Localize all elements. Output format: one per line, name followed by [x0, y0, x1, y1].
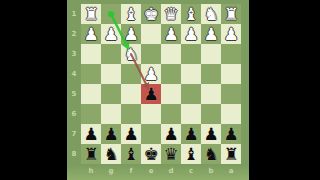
piece-black-pawn[interactable]: ♟: [221, 124, 241, 144]
square-c7[interactable]: ♟: [181, 124, 201, 144]
square-g3[interactable]: [101, 44, 121, 64]
square-f6[interactable]: [121, 104, 141, 124]
square-a7[interactable]: ♟: [221, 124, 241, 144]
square-h4[interactable]: [81, 64, 101, 84]
square-e3[interactable]: [141, 44, 161, 64]
rank-label-2: 2: [67, 24, 81, 44]
square-a6[interactable]: [221, 104, 241, 124]
piece-black-pawn[interactable]: ♟: [81, 124, 101, 144]
file-label-g: g: [101, 164, 121, 180]
piece-white-pawn[interactable]: ♟: [101, 24, 121, 44]
file-label-f: f: [121, 164, 141, 180]
square-f2[interactable]: ♟: [121, 24, 141, 44]
square-c1[interactable]: ♝: [181, 4, 201, 24]
file-label-c: c: [181, 164, 201, 180]
square-g1[interactable]: [101, 4, 121, 24]
square-c8[interactable]: ♝: [181, 144, 201, 164]
square-f4[interactable]: [121, 64, 141, 84]
square-d3[interactable]: [161, 44, 181, 64]
piece-white-bishop[interactable]: ♝: [181, 4, 201, 24]
rank-labels-strip: 12345678: [67, 4, 81, 164]
rank-label-6: 6: [67, 104, 81, 124]
square-e2[interactable]: [141, 24, 161, 44]
piece-black-pawn[interactable]: ♟: [161, 124, 181, 144]
square-c3[interactable]: [181, 44, 201, 64]
square-h8[interactable]: ♜: [81, 144, 101, 164]
square-a8[interactable]: ♜: [221, 144, 241, 164]
square-b1[interactable]: ♞: [201, 4, 221, 24]
square-h1[interactable]: ♜: [81, 4, 101, 24]
piece-black-pawn[interactable]: ♟: [121, 124, 141, 144]
square-g7[interactable]: ♟: [101, 124, 121, 144]
piece-white-rook[interactable]: ♜: [81, 4, 101, 24]
rank-label-4: 4: [67, 64, 81, 84]
square-b8[interactable]: ♞: [201, 144, 221, 164]
piece-white-pawn[interactable]: ♟: [121, 24, 141, 44]
square-c6[interactable]: [181, 104, 201, 124]
square-h6[interactable]: [81, 104, 101, 124]
piece-white-pawn[interactable]: ♟: [141, 64, 161, 84]
square-c4[interactable]: [181, 64, 201, 84]
rank-label-5: 5: [67, 84, 81, 104]
square-e8[interactable]: ♚: [141, 144, 161, 164]
square-a5[interactable]: [221, 84, 241, 104]
square-a4[interactable]: [221, 64, 241, 84]
file-label-d: d: [161, 164, 181, 180]
square-h3[interactable]: [81, 44, 101, 64]
piece-white-knight[interactable]: ♞: [201, 4, 221, 24]
square-b2[interactable]: ♟: [201, 24, 221, 44]
app-root: { "game": "chess", "scene": { "descripti…: [0, 0, 320, 180]
square-g2[interactable]: ♟: [101, 24, 121, 44]
square-h2[interactable]: ♟: [81, 24, 101, 44]
square-e6[interactable]: [141, 104, 161, 124]
square-f1[interactable]: ♝: [121, 4, 141, 24]
square-f3[interactable]: ♞: [121, 44, 141, 64]
piece-white-pawn[interactable]: ♟: [81, 24, 101, 44]
chessboard: 12345678 ♜♝♚♛♝♞♜♟♟♟♟♟♟♟♞♟♟♟♟♟♟♟♟♟♜♞♝♚♛♝♞…: [67, 0, 249, 180]
square-b7[interactable]: ♟: [201, 124, 221, 144]
square-f8[interactable]: ♝: [121, 144, 141, 164]
square-g6[interactable]: [101, 104, 121, 124]
piece-black-pawn[interactable]: ♟: [181, 124, 201, 144]
square-b3[interactable]: [201, 44, 221, 64]
square-d2[interactable]: ♟: [161, 24, 181, 44]
file-label-a: a: [221, 164, 241, 180]
square-g4[interactable]: [101, 64, 121, 84]
board-squares: ♜♝♚♛♝♞♜♟♟♟♟♟♟♟♞♟♟♟♟♟♟♟♟♟♜♞♝♚♛♝♞♜: [81, 4, 241, 164]
square-g8[interactable]: ♞: [101, 144, 121, 164]
square-d7[interactable]: ♟: [161, 124, 181, 144]
piece-white-queen[interactable]: ♛: [161, 4, 181, 24]
square-c2[interactable]: ♟: [181, 24, 201, 44]
square-d1[interactable]: ♛: [161, 4, 181, 24]
piece-white-pawn[interactable]: ♟: [161, 24, 181, 44]
square-a1[interactable]: ♜: [221, 4, 241, 24]
piece-white-pawn[interactable]: ♟: [201, 24, 221, 44]
piece-white-king[interactable]: ♚: [141, 4, 161, 24]
square-b5[interactable]: [201, 84, 221, 104]
square-e1[interactable]: ♚: [141, 4, 161, 24]
piece-black-pawn[interactable]: ♟: [141, 84, 161, 104]
piece-black-rook[interactable]: ♜: [221, 144, 241, 164]
piece-white-pawn[interactable]: ♟: [181, 24, 201, 44]
piece-white-knight[interactable]: ♞: [121, 44, 141, 64]
square-d5[interactable]: [161, 84, 181, 104]
piece-white-pawn[interactable]: ♟: [221, 24, 241, 44]
piece-black-knight[interactable]: ♞: [201, 144, 221, 164]
piece-black-rook[interactable]: ♜: [81, 144, 101, 164]
file-label-h: h: [81, 164, 101, 180]
rank-label-3: 3: [67, 44, 81, 64]
file-labels-strip: hgfedcba: [81, 164, 241, 180]
file-label-b: b: [201, 164, 221, 180]
piece-black-knight[interactable]: ♞: [101, 144, 121, 164]
piece-white-rook[interactable]: ♜: [221, 4, 241, 24]
square-d6[interactable]: [161, 104, 181, 124]
piece-black-bishop[interactable]: ♝: [121, 144, 141, 164]
square-b4[interactable]: [201, 64, 221, 84]
square-b6[interactable]: [201, 104, 221, 124]
piece-black-queen[interactable]: ♛: [161, 144, 181, 164]
piece-white-bishop[interactable]: ♝: [121, 4, 141, 24]
rank-label-7: 7: [67, 124, 81, 144]
square-h7[interactable]: ♟: [81, 124, 101, 144]
square-d4[interactable]: [161, 64, 181, 84]
square-f5[interactable]: [121, 84, 141, 104]
piece-black-king[interactable]: ♚: [141, 144, 161, 164]
piece-black-pawn[interactable]: ♟: [101, 124, 121, 144]
square-a3[interactable]: [221, 44, 241, 64]
file-label-e: e: [141, 164, 161, 180]
square-g5[interactable]: [101, 84, 121, 104]
square-e7[interactable]: [141, 124, 161, 144]
rank-label-8: 8: [67, 144, 81, 164]
square-e5[interactable]: ♟: [141, 84, 161, 104]
square-h5[interactable]: [81, 84, 101, 104]
square-d8[interactable]: ♛: [161, 144, 181, 164]
square-f7[interactable]: ♟: [121, 124, 141, 144]
rank-label-1: 1: [67, 4, 81, 24]
square-a2[interactable]: ♟: [221, 24, 241, 44]
square-e4[interactable]: ♟: [141, 64, 161, 84]
square-c5[interactable]: [181, 84, 201, 104]
piece-black-pawn[interactable]: ♟: [201, 124, 221, 144]
piece-black-bishop[interactable]: ♝: [181, 144, 201, 164]
